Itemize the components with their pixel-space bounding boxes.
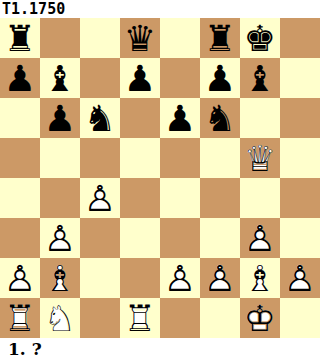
square-g7[interactable]: ♝ bbox=[240, 58, 280, 98]
piece-outline-layer: ♙ bbox=[80, 178, 120, 218]
square-h4[interactable] bbox=[280, 178, 320, 218]
square-c5[interactable] bbox=[80, 138, 120, 178]
piece-outline-layer: ♕ bbox=[240, 138, 280, 178]
square-c8[interactable] bbox=[80, 18, 120, 58]
piece-white-pawn[interactable]: ♟♙ bbox=[280, 258, 320, 298]
square-c7[interactable] bbox=[80, 58, 120, 98]
square-a3[interactable] bbox=[0, 218, 40, 258]
square-d5[interactable] bbox=[120, 138, 160, 178]
square-e8[interactable] bbox=[160, 18, 200, 58]
piece-white-rook[interactable]: ♜♖ bbox=[120, 298, 160, 338]
piece-outline-layer: ♖ bbox=[0, 298, 40, 338]
square-g2[interactable]: ♝♗ bbox=[240, 258, 280, 298]
piece-white-pawn[interactable]: ♟♙ bbox=[240, 218, 280, 258]
piece-black-bishop[interactable]: ♝ bbox=[240, 58, 280, 98]
square-g1[interactable]: ♚♔ bbox=[240, 298, 280, 338]
square-f4[interactable] bbox=[200, 178, 240, 218]
square-d6[interactable] bbox=[120, 98, 160, 138]
piece-glyph: ♝ bbox=[40, 58, 80, 98]
piece-white-bishop[interactable]: ♝♗ bbox=[240, 258, 280, 298]
piece-black-pawn[interactable]: ♟ bbox=[40, 98, 80, 138]
piece-outline-layer: ♘ bbox=[40, 298, 80, 338]
square-f8[interactable]: ♜ bbox=[200, 18, 240, 58]
square-a2[interactable]: ♟♙ bbox=[0, 258, 40, 298]
piece-glyph: ♜ bbox=[0, 18, 40, 58]
square-b4[interactable] bbox=[40, 178, 80, 218]
square-a4[interactable] bbox=[0, 178, 40, 218]
square-c3[interactable] bbox=[80, 218, 120, 258]
square-d2[interactable] bbox=[120, 258, 160, 298]
piece-outline-layer: ♔ bbox=[240, 298, 280, 338]
piece-black-pawn[interactable]: ♟ bbox=[200, 58, 240, 98]
square-e4[interactable] bbox=[160, 178, 200, 218]
piece-glyph: ♚ bbox=[240, 18, 280, 58]
square-c1[interactable] bbox=[80, 298, 120, 338]
piece-outline-layer: ♙ bbox=[160, 258, 200, 298]
square-e7[interactable] bbox=[160, 58, 200, 98]
square-f3[interactable] bbox=[200, 218, 240, 258]
square-g5[interactable]: ♛♕ bbox=[240, 138, 280, 178]
piece-white-pawn[interactable]: ♟♙ bbox=[200, 258, 240, 298]
chess-board: ♜♛♜♚♟♝♟♟♝♟♞♟♞♛♕♟♙♟♙♟♙♟♙♝♗♟♙♟♙♝♗♟♙♜♖♞♘♜♖♚… bbox=[0, 18, 320, 338]
piece-black-pawn[interactable]: ♟ bbox=[120, 58, 160, 98]
square-f2[interactable]: ♟♙ bbox=[200, 258, 240, 298]
square-h8[interactable] bbox=[280, 18, 320, 58]
piece-outline-layer: ♙ bbox=[40, 218, 80, 258]
square-b5[interactable] bbox=[40, 138, 80, 178]
piece-glyph: ♜ bbox=[200, 18, 240, 58]
square-h1[interactable] bbox=[280, 298, 320, 338]
square-e5[interactable] bbox=[160, 138, 200, 178]
square-g8[interactable]: ♚ bbox=[240, 18, 280, 58]
piece-white-pawn[interactable]: ♟♙ bbox=[0, 258, 40, 298]
square-a7[interactable]: ♟ bbox=[0, 58, 40, 98]
piece-glyph: ♛ bbox=[120, 18, 160, 58]
square-e3[interactable] bbox=[160, 218, 200, 258]
piece-outline-layer: ♗ bbox=[40, 258, 80, 298]
square-g3[interactable]: ♟♙ bbox=[240, 218, 280, 258]
square-b1[interactable]: ♞♘ bbox=[40, 298, 80, 338]
square-f5[interactable] bbox=[200, 138, 240, 178]
square-f6[interactable]: ♞ bbox=[200, 98, 240, 138]
piece-glyph: ♟ bbox=[120, 58, 160, 98]
square-d3[interactable] bbox=[120, 218, 160, 258]
piece-glyph: ♟ bbox=[200, 58, 240, 98]
piece-black-king[interactable]: ♚ bbox=[240, 18, 280, 58]
square-g4[interactable] bbox=[240, 178, 280, 218]
piece-glyph: ♝ bbox=[240, 58, 280, 98]
square-h5[interactable] bbox=[280, 138, 320, 178]
square-b6[interactable]: ♟ bbox=[40, 98, 80, 138]
puzzle-title: T1.1750 bbox=[0, 0, 320, 18]
square-b3[interactable]: ♟♙ bbox=[40, 218, 80, 258]
square-a8[interactable]: ♜ bbox=[0, 18, 40, 58]
square-a5[interactable] bbox=[0, 138, 40, 178]
square-e2[interactable]: ♟♙ bbox=[160, 258, 200, 298]
square-h2[interactable]: ♟♙ bbox=[280, 258, 320, 298]
square-a6[interactable] bbox=[0, 98, 40, 138]
piece-white-pawn[interactable]: ♟♙ bbox=[80, 178, 120, 218]
square-d4[interactable] bbox=[120, 178, 160, 218]
square-b8[interactable] bbox=[40, 18, 80, 58]
square-b2[interactable]: ♝♗ bbox=[40, 258, 80, 298]
piece-glyph: ♞ bbox=[80, 98, 120, 138]
piece-black-pawn[interactable]: ♟ bbox=[0, 58, 40, 98]
piece-black-bishop[interactable]: ♝ bbox=[40, 58, 80, 98]
piece-outline-layer: ♙ bbox=[240, 218, 280, 258]
piece-black-rook[interactable]: ♜ bbox=[0, 18, 40, 58]
piece-glyph: ♟ bbox=[0, 58, 40, 98]
square-b7[interactable]: ♝ bbox=[40, 58, 80, 98]
square-d7[interactable]: ♟ bbox=[120, 58, 160, 98]
piece-black-knight[interactable]: ♞ bbox=[200, 98, 240, 138]
square-c4[interactable]: ♟♙ bbox=[80, 178, 120, 218]
square-c6[interactable]: ♞ bbox=[80, 98, 120, 138]
piece-white-rook[interactable]: ♜♖ bbox=[0, 298, 40, 338]
square-c2[interactable] bbox=[80, 258, 120, 298]
square-e1[interactable] bbox=[160, 298, 200, 338]
piece-outline-layer: ♙ bbox=[280, 258, 320, 298]
piece-white-pawn[interactable]: ♟♙ bbox=[40, 218, 80, 258]
piece-outline-layer: ♗ bbox=[240, 258, 280, 298]
move-prompt: 1. ? bbox=[0, 338, 320, 360]
square-h7[interactable] bbox=[280, 58, 320, 98]
square-f7[interactable]: ♟ bbox=[200, 58, 240, 98]
piece-outline-layer: ♙ bbox=[200, 258, 240, 298]
square-h6[interactable] bbox=[280, 98, 320, 138]
square-e6[interactable]: ♟ bbox=[160, 98, 200, 138]
square-a1[interactable]: ♜♖ bbox=[0, 298, 40, 338]
piece-glyph: ♟ bbox=[40, 98, 80, 138]
piece-black-queen[interactable]: ♛ bbox=[120, 18, 160, 58]
square-f1[interactable] bbox=[200, 298, 240, 338]
piece-black-pawn[interactable]: ♟ bbox=[160, 98, 200, 138]
piece-white-knight[interactable]: ♞♘ bbox=[40, 298, 80, 338]
piece-outline-layer: ♙ bbox=[0, 258, 40, 298]
piece-black-rook[interactable]: ♜ bbox=[200, 18, 240, 58]
square-g6[interactable] bbox=[240, 98, 280, 138]
piece-glyph: ♞ bbox=[200, 98, 240, 138]
piece-white-pawn[interactable]: ♟♙ bbox=[160, 258, 200, 298]
piece-white-bishop[interactable]: ♝♗ bbox=[40, 258, 80, 298]
puzzle-window: T1.1750 ♜♛♜♚♟♝♟♟♝♟♞♟♞♛♕♟♙♟♙♟♙♟♙♝♗♟♙♟♙♝♗♟… bbox=[0, 0, 320, 360]
piece-glyph: ♟ bbox=[160, 98, 200, 138]
piece-outline-layer: ♖ bbox=[120, 298, 160, 338]
square-h3[interactable] bbox=[280, 218, 320, 258]
piece-white-queen[interactable]: ♛♕ bbox=[240, 138, 280, 178]
piece-white-king[interactable]: ♚♔ bbox=[240, 298, 280, 338]
square-d1[interactable]: ♜♖ bbox=[120, 298, 160, 338]
piece-black-knight[interactable]: ♞ bbox=[80, 98, 120, 138]
square-d8[interactable]: ♛ bbox=[120, 18, 160, 58]
